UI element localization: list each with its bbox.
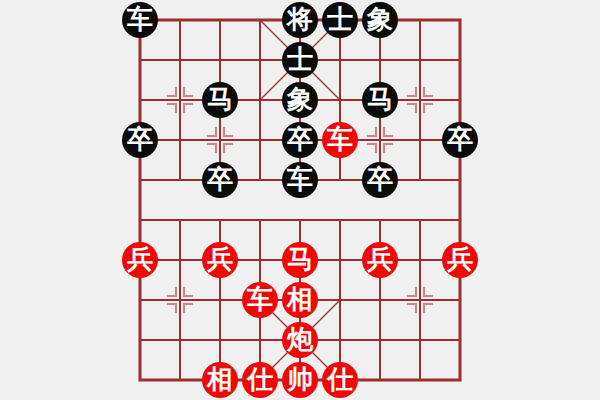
xiangqi-board: 车将士象士马象马卒卒车卒卒车卒兵兵马兵兵车相炮相仕帅仕 [0, 0, 600, 400]
piece-black-chariot[interactable]: 车 [122, 2, 158, 38]
piece-red-soldier[interactable]: 兵 [202, 242, 238, 278]
board-grid[interactable]: 车将士象士马象马卒卒车卒卒车卒兵兵马兵兵车相炮相仕帅仕 [120, 0, 480, 400]
piece-red-chariot[interactable]: 车 [242, 282, 278, 318]
piece-black-elephant[interactable]: 象 [282, 82, 318, 118]
piece-black-general[interactable]: 将 [282, 2, 318, 38]
piece-red-cannon[interactable]: 炮 [282, 322, 318, 358]
piece-red-advisor[interactable]: 仕 [242, 362, 278, 398]
piece-black-soldier[interactable]: 卒 [362, 162, 398, 198]
piece-red-soldier[interactable]: 兵 [362, 242, 398, 278]
piece-red-general[interactable]: 帅 [282, 362, 318, 398]
piece-black-horse[interactable]: 马 [362, 82, 398, 118]
piece-black-horse[interactable]: 马 [202, 82, 238, 118]
piece-red-advisor[interactable]: 仕 [322, 362, 358, 398]
piece-red-elephant[interactable]: 相 [202, 362, 238, 398]
piece-red-soldier[interactable]: 兵 [122, 242, 158, 278]
piece-red-elephant[interactable]: 相 [282, 282, 318, 318]
piece-red-chariot[interactable]: 车 [322, 122, 358, 158]
piece-black-chariot[interactable]: 车 [282, 162, 318, 198]
piece-black-soldier[interactable]: 卒 [122, 122, 158, 158]
piece-red-soldier[interactable]: 兵 [442, 242, 478, 278]
piece-black-soldier[interactable]: 卒 [202, 162, 238, 198]
piece-black-advisor[interactable]: 士 [282, 42, 318, 78]
piece-black-elephant[interactable]: 象 [362, 2, 398, 38]
piece-black-soldier[interactable]: 卒 [282, 122, 318, 158]
piece-red-horse[interactable]: 马 [282, 242, 318, 278]
piece-black-advisor[interactable]: 士 [322, 2, 358, 38]
piece-black-soldier[interactable]: 卒 [442, 122, 478, 158]
